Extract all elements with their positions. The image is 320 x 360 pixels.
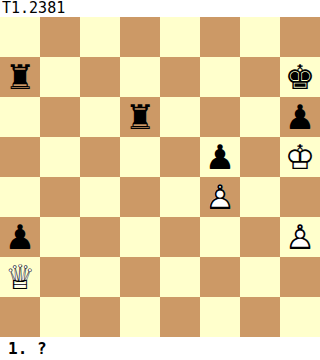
- square-g5[interactable]: [240, 137, 280, 177]
- square-c6[interactable]: [80, 97, 120, 137]
- square-h6[interactable]: ♟: [280, 97, 320, 137]
- square-b1[interactable]: [40, 297, 80, 337]
- white-queen-icon: ♕: [0, 257, 40, 297]
- square-d1[interactable]: [120, 297, 160, 337]
- square-f2[interactable]: [200, 257, 240, 297]
- square-c2[interactable]: [80, 257, 120, 297]
- square-d5[interactable]: [120, 137, 160, 177]
- square-a5[interactable]: [0, 137, 40, 177]
- square-h7[interactable]: ♚: [280, 57, 320, 97]
- square-b2[interactable]: [40, 257, 80, 297]
- square-g7[interactable]: [240, 57, 280, 97]
- white-queen-fill: ♛: [0, 257, 40, 297]
- square-e4[interactable]: [160, 177, 200, 217]
- chess-board: ♜♚♜♟♟♚♔♟♙♟♟♙♛♕: [0, 17, 320, 337]
- chess-puzzle-page: { "game": "chess", "position": "8/r6k/3r…: [0, 0, 320, 360]
- square-h5[interactable]: ♚♔: [280, 137, 320, 177]
- square-f5[interactable]: ♟: [200, 137, 240, 177]
- square-g3[interactable]: [240, 217, 280, 257]
- square-c8[interactable]: [80, 17, 120, 57]
- square-e7[interactable]: [160, 57, 200, 97]
- square-a1[interactable]: [0, 297, 40, 337]
- square-g6[interactable]: [240, 97, 280, 137]
- square-b4[interactable]: [40, 177, 80, 217]
- square-d4[interactable]: [120, 177, 160, 217]
- white-pawn-icon: ♙: [200, 177, 240, 217]
- black-pawn-icon: ♟: [200, 137, 240, 177]
- square-h2[interactable]: [280, 257, 320, 297]
- square-f1[interactable]: [200, 297, 240, 337]
- black-rook-icon: ♜: [120, 97, 160, 137]
- square-f7[interactable]: [200, 57, 240, 97]
- square-d8[interactable]: [120, 17, 160, 57]
- square-h4[interactable]: [280, 177, 320, 217]
- square-h1[interactable]: [280, 297, 320, 337]
- square-f8[interactable]: [200, 17, 240, 57]
- square-h8[interactable]: [280, 17, 320, 57]
- square-b7[interactable]: [40, 57, 80, 97]
- square-a6[interactable]: [0, 97, 40, 137]
- square-a8[interactable]: [0, 17, 40, 57]
- puzzle-id: T1.2381: [2, 0, 65, 17]
- square-a7[interactable]: ♜: [0, 57, 40, 97]
- square-e3[interactable]: [160, 217, 200, 257]
- square-g1[interactable]: [240, 297, 280, 337]
- black-rook-icon: ♜: [0, 57, 40, 97]
- square-b6[interactable]: [40, 97, 80, 137]
- square-c3[interactable]: [80, 217, 120, 257]
- square-c7[interactable]: [80, 57, 120, 97]
- square-e6[interactable]: [160, 97, 200, 137]
- square-g8[interactable]: [240, 17, 280, 57]
- square-d6[interactable]: ♜: [120, 97, 160, 137]
- square-e2[interactable]: [160, 257, 200, 297]
- square-g4[interactable]: [240, 177, 280, 217]
- square-c4[interactable]: [80, 177, 120, 217]
- square-c5[interactable]: [80, 137, 120, 177]
- square-a2[interactable]: ♛♕: [0, 257, 40, 297]
- square-a3[interactable]: ♟: [0, 217, 40, 257]
- square-d2[interactable]: [120, 257, 160, 297]
- white-king-icon: ♔: [280, 137, 320, 177]
- black-pawn-icon: ♟: [280, 97, 320, 137]
- square-c1[interactable]: [80, 297, 120, 337]
- square-b5[interactable]: [40, 137, 80, 177]
- white-pawn-fill: ♟: [280, 217, 320, 257]
- square-f3[interactable]: [200, 217, 240, 257]
- white-pawn-fill: ♟: [200, 177, 240, 217]
- square-e8[interactable]: [160, 17, 200, 57]
- square-a4[interactable]: [0, 177, 40, 217]
- black-king-icon: ♚: [280, 57, 320, 97]
- square-b8[interactable]: [40, 17, 80, 57]
- square-e1[interactable]: [160, 297, 200, 337]
- square-e5[interactable]: [160, 137, 200, 177]
- square-d3[interactable]: [120, 217, 160, 257]
- square-f6[interactable]: [200, 97, 240, 137]
- move-prompt: 1. ?: [8, 339, 47, 359]
- white-king-fill: ♚: [280, 137, 320, 177]
- white-pawn-icon: ♙: [280, 217, 320, 257]
- square-d7[interactable]: [120, 57, 160, 97]
- square-f4[interactable]: ♟♙: [200, 177, 240, 217]
- black-pawn-icon: ♟: [0, 217, 40, 257]
- square-h3[interactable]: ♟♙: [280, 217, 320, 257]
- square-g2[interactable]: [240, 257, 280, 297]
- square-b3[interactable]: [40, 217, 80, 257]
